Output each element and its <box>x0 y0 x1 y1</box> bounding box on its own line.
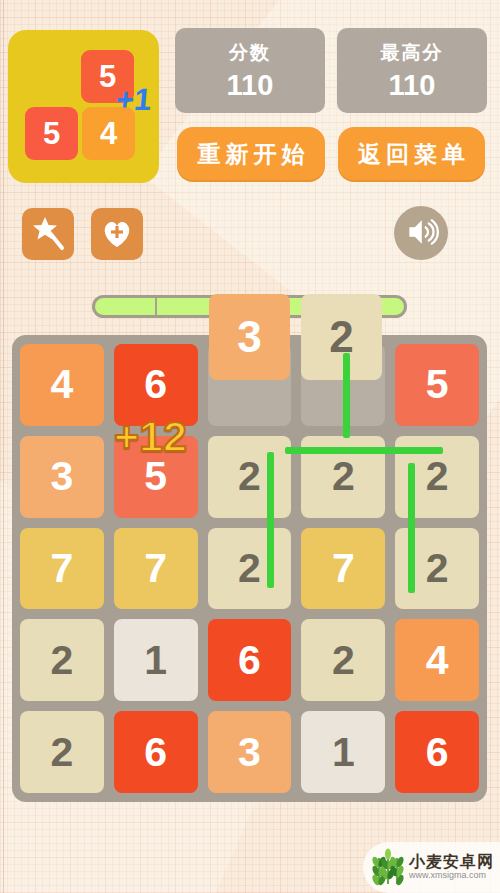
tile-value: 5 <box>43 116 60 152</box>
back-to-menu-button[interactable]: 返回菜单 <box>338 127 485 182</box>
tile-value: 3 <box>50 453 73 500</box>
score-panel: 分数 110 <box>175 28 325 113</box>
grid-tile[interactable]: 6 <box>395 711 479 793</box>
grid-tile[interactable]: 2 <box>301 619 385 701</box>
tile-value: 1 <box>144 637 167 684</box>
preview-tile: 5 <box>25 107 78 160</box>
tile-value: 7 <box>50 545 73 592</box>
tile-value: 5 <box>99 59 116 95</box>
watermark-site-name: 小麦安卓网 <box>409 854 494 871</box>
grid-tile[interactable]: 3 <box>208 711 292 793</box>
tile-value: 2 <box>238 453 261 500</box>
grid-tile[interactable]: 2 <box>20 711 104 793</box>
tile-value: 2 <box>238 545 261 592</box>
merge-hint-line-horizontal <box>285 447 443 454</box>
speaker-icon <box>400 211 442 256</box>
merge-hint-line-vertical <box>267 452 274 588</box>
tile-value: 2 <box>332 637 355 684</box>
merge-score-popup: +12 <box>114 412 187 461</box>
score-label: 分数 <box>229 40 271 66</box>
site-watermark: 小麦安卓网 www.xmsigma.com <box>363 842 500 893</box>
tile-value: 7 <box>332 545 355 592</box>
restart-button[interactable]: 重新开始 <box>177 127 325 182</box>
tile-value: 6 <box>238 637 261 684</box>
best-score-value: 110 <box>389 69 436 102</box>
grid-tile[interactable]: 6 <box>208 619 292 701</box>
grid-tile[interactable]: 2 <box>208 528 292 610</box>
falling-tile[interactable]: 3 <box>209 294 290 380</box>
grid-tile[interactable]: 6 <box>114 711 198 793</box>
watermark-site-url: www.xmsigma.com <box>409 871 494 880</box>
progress-segment <box>95 298 157 315</box>
tile-value: 2 <box>50 729 73 776</box>
magic-wand-button[interactable] <box>22 208 74 260</box>
tile-value: 2 <box>50 637 73 684</box>
tile-value: 2 <box>426 545 449 592</box>
tile-value: 2 <box>332 453 355 500</box>
grid-tile[interactable]: 7 <box>20 528 104 610</box>
grid-tile[interactable]: 4 <box>20 344 104 426</box>
grid-tile[interactable]: 1 <box>301 711 385 793</box>
merge-hint-line-vertical <box>343 353 350 438</box>
grid-tile[interactable]: 4 <box>395 619 479 701</box>
tile-value: 3 <box>237 312 261 362</box>
tile-value: 4 <box>50 361 73 408</box>
tile-value: 6 <box>144 361 167 408</box>
tile-value: 4 <box>426 637 449 684</box>
grid-tile[interactable]: 1 <box>114 619 198 701</box>
grid-tile[interactable]: 3 <box>20 436 104 518</box>
grid-tile[interactable]: 7 <box>114 528 198 610</box>
tile-value: 2 <box>329 312 353 362</box>
board-grid: 46535222772722162426316 <box>12 335 487 802</box>
grid-tile[interactable]: 7 <box>301 528 385 610</box>
tile-value: 7 <box>144 545 167 592</box>
tile-value: 6 <box>144 729 167 776</box>
merge-hint-line-vertical <box>408 463 415 593</box>
heart-plus-icon <box>97 213 137 256</box>
tile-value: 4 <box>100 116 117 152</box>
grid-tile[interactable]: 2 <box>20 619 104 701</box>
tile-value: 6 <box>426 729 449 776</box>
extra-life-button[interactable] <box>91 208 143 260</box>
tile-value: 1 <box>332 729 355 776</box>
magic-wand-icon <box>28 213 68 256</box>
grid-tile[interactable]: 5 <box>395 344 479 426</box>
falling-tile[interactable]: 2 <box>301 294 382 380</box>
tile-value: 5 <box>426 361 449 408</box>
tile-value: 3 <box>238 729 261 776</box>
sound-toggle-button[interactable] <box>394 206 448 260</box>
next-piece-preview-card: 5 5 4 +1 <box>8 30 159 183</box>
score-value: 110 <box>227 69 274 102</box>
wheat-logo-icon <box>371 846 405 890</box>
best-score-label: 最高分 <box>381 40 444 66</box>
bonus-plus-one-label: +1 <box>114 82 153 118</box>
left-edge-line <box>3 0 4 893</box>
tile-value: 2 <box>426 453 449 500</box>
grid-tile[interactable]: 2 <box>208 436 292 518</box>
best-score-panel: 最高分 110 <box>337 28 487 113</box>
